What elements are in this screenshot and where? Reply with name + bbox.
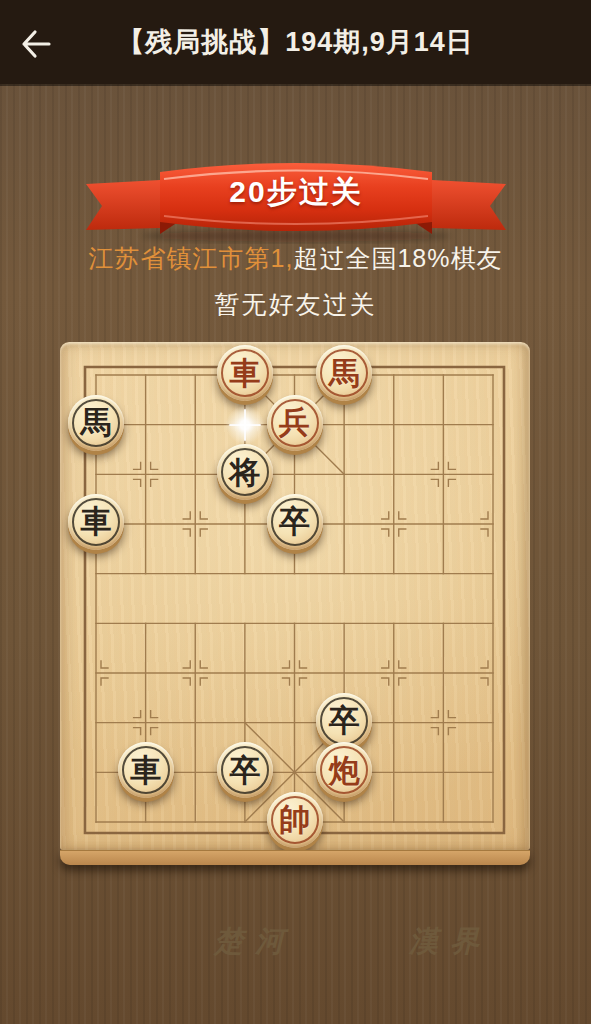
piece-char: 卒	[267, 494, 323, 550]
piece-red-cannon[interactable]: 炮	[316, 742, 372, 798]
piece-black-general[interactable]: 将	[217, 444, 273, 500]
piece-char: 帥	[267, 792, 323, 848]
piece-char: 馬	[316, 345, 372, 401]
piece-char: 将	[217, 444, 273, 500]
rank-rest: 超过全国18%棋友	[293, 244, 502, 272]
piece-black-chariot[interactable]: 車	[118, 742, 174, 798]
board-bottom-edge	[60, 850, 530, 865]
friends-status-text: 暂无好友过关	[0, 288, 591, 321]
piece-char: 卒	[217, 742, 273, 798]
page-title: 【残局挑战】194期,9月14日	[0, 0, 591, 84]
piece-char: 兵	[267, 395, 323, 451]
piece-red-chariot[interactable]: 車	[217, 345, 273, 401]
piece-char: 卒	[316, 693, 372, 749]
piece-char: 馬	[68, 395, 124, 451]
piece-black-soldier[interactable]: 卒	[267, 494, 323, 550]
rank-highlight: 江苏省镇江市第1,	[89, 244, 294, 272]
piece-char: 車	[68, 494, 124, 550]
piece-red-horse[interactable]: 馬	[316, 345, 372, 401]
piece-char: 車	[118, 742, 174, 798]
screen: 【残局挑战】194期,9月14日 20步过关	[0, 0, 591, 1024]
river-label-left: 楚河	[175, 922, 335, 962]
piece-black-soldier[interactable]: 卒	[217, 742, 273, 798]
piece-black-chariot[interactable]: 車	[68, 494, 124, 550]
river-label-right: 漢界	[370, 922, 530, 962]
ribbon-shadow	[141, 230, 451, 242]
piece-red-general[interactable]: 帥	[267, 792, 323, 848]
pass-ribbon: 20步过关	[70, 148, 522, 244]
piece-char: 炮	[316, 742, 372, 798]
ribbon-label: 20步过关	[70, 172, 522, 213]
piece-black-soldier[interactable]: 卒	[316, 693, 372, 749]
rank-text: 江苏省镇江市第1,超过全国18%棋友	[0, 242, 591, 275]
xiangqi-board[interactable]: 楚河 漢界 車馬馬兵将車卒卒車卒炮帥	[60, 342, 530, 876]
piece-black-horse[interactable]: 馬	[68, 395, 124, 451]
piece-char: 車	[217, 345, 273, 401]
app-header: 【残局挑战】194期,9月14日	[0, 0, 591, 84]
piece-red-soldier[interactable]: 兵	[267, 395, 323, 451]
